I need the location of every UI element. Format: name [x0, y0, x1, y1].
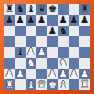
- square-g4[interactable]: [69, 47, 80, 58]
- square-g8[interactable]: [69, 4, 80, 15]
- piece-white-king[interactable]: ♚: [48, 79, 57, 89]
- square-f2[interactable]: ♟: [58, 69, 69, 80]
- square-b6[interactable]: [15, 26, 26, 37]
- square-b4[interactable]: ♝: [15, 47, 26, 58]
- piece-white-knight[interactable]: ♞: [26, 58, 35, 68]
- piece-white-pawn[interactable]: ♟: [37, 47, 46, 57]
- square-d8[interactable]: ♛: [36, 4, 47, 15]
- piece-black-pawn[interactable]: ♟: [59, 15, 68, 25]
- square-c5[interactable]: [26, 36, 37, 47]
- square-b1[interactable]: [15, 79, 26, 90]
- square-h2[interactable]: ♟: [79, 69, 90, 80]
- square-g5[interactable]: [69, 36, 80, 47]
- square-e2[interactable]: ♟: [47, 69, 58, 80]
- square-d6[interactable]: [36, 26, 47, 37]
- square-c3[interactable]: ♞: [26, 58, 37, 69]
- square-c1[interactable]: ♝: [26, 79, 37, 90]
- piece-white-bishop[interactable]: ♝: [59, 79, 68, 89]
- piece-black-bishop[interactable]: ♝: [26, 4, 35, 14]
- square-g3[interactable]: [69, 58, 80, 69]
- square-h6[interactable]: [79, 26, 90, 37]
- square-b2[interactable]: ♟: [15, 69, 26, 80]
- square-e7[interactable]: [47, 15, 58, 26]
- square-f6[interactable]: ♞: [58, 26, 69, 37]
- piece-black-bishop[interactable]: ♝: [16, 47, 25, 57]
- square-a3[interactable]: [4, 58, 15, 69]
- square-f8[interactable]: [58, 4, 69, 15]
- square-h5[interactable]: [79, 36, 90, 47]
- square-c6[interactable]: [26, 26, 37, 37]
- square-f1[interactable]: ♝: [58, 79, 69, 90]
- piece-white-pawn[interactable]: ♟: [69, 69, 78, 79]
- piece-black-rook[interactable]: ♜: [80, 4, 89, 14]
- square-h1[interactable]: ♜: [79, 79, 90, 90]
- square-f7[interactable]: ♟: [58, 15, 69, 26]
- square-h3[interactable]: [79, 58, 90, 69]
- square-e4[interactable]: [47, 47, 58, 58]
- square-a5[interactable]: [4, 36, 15, 47]
- square-f5[interactable]: [58, 36, 69, 47]
- square-c4[interactable]: ♟: [26, 47, 37, 58]
- square-e1[interactable]: ♚: [47, 79, 58, 90]
- square-c7[interactable]: ♟: [26, 15, 37, 26]
- square-g1[interactable]: [69, 79, 80, 90]
- piece-black-pawn[interactable]: ♟: [16, 15, 25, 25]
- piece-white-pawn[interactable]: ♟: [5, 69, 14, 79]
- square-a1[interactable]: ♜: [4, 79, 15, 90]
- square-e5[interactable]: [47, 36, 58, 47]
- square-f3[interactable]: ♞: [58, 58, 69, 69]
- piece-white-pawn[interactable]: ♟: [59, 69, 68, 79]
- chess-board[interactable]: ♜♞♝♛♚♜♟♟♟♟♟♟♟♟♞♝♟♟♞♞♟♟♟♟♟♟♜♝♛♚♝♜: [4, 4, 90, 90]
- piece-black-pawn[interactable]: ♟: [37, 15, 46, 25]
- square-e8[interactable]: ♚: [47, 4, 58, 15]
- square-f4[interactable]: [58, 47, 69, 58]
- piece-black-pawn[interactable]: ♟: [5, 15, 14, 25]
- square-d5[interactable]: [36, 36, 47, 47]
- piece-black-knight[interactable]: ♞: [59, 26, 68, 36]
- square-a4[interactable]: [4, 47, 15, 58]
- piece-white-pawn[interactable]: ♟: [26, 47, 35, 57]
- square-e3[interactable]: [47, 58, 58, 69]
- square-a8[interactable]: ♜: [4, 4, 15, 15]
- square-b3[interactable]: [15, 58, 26, 69]
- piece-black-queen[interactable]: ♛: [37, 4, 46, 14]
- square-b7[interactable]: ♟: [15, 15, 26, 26]
- square-d1[interactable]: ♛: [36, 79, 47, 90]
- piece-black-pawn[interactable]: ♟: [80, 15, 89, 25]
- piece-white-knight[interactable]: ♞: [59, 58, 68, 68]
- square-h8[interactable]: ♜: [79, 4, 90, 15]
- piece-black-rook[interactable]: ♜: [5, 4, 14, 14]
- square-e6[interactable]: ♟: [47, 26, 58, 37]
- board-frame: ♜♞♝♛♚♜♟♟♟♟♟♟♟♟♞♝♟♟♞♞♟♟♟♟♟♟♜♝♛♚♝♜: [0, 0, 94, 94]
- square-d3[interactable]: [36, 58, 47, 69]
- piece-white-pawn[interactable]: ♟: [80, 69, 89, 79]
- piece-black-pawn[interactable]: ♟: [48, 26, 57, 36]
- square-d7[interactable]: ♟: [36, 15, 47, 26]
- square-c8[interactable]: ♝: [26, 4, 37, 15]
- piece-white-rook[interactable]: ♜: [80, 79, 89, 89]
- square-g6[interactable]: [69, 26, 80, 37]
- square-g2[interactable]: ♟: [69, 69, 80, 80]
- square-a2[interactable]: ♟: [4, 69, 15, 80]
- piece-white-bishop[interactable]: ♝: [26, 79, 35, 89]
- square-d4[interactable]: ♟: [36, 47, 47, 58]
- piece-white-rook[interactable]: ♜: [5, 79, 14, 89]
- piece-white-queen[interactable]: ♛: [37, 79, 46, 89]
- piece-black-pawn[interactable]: ♟: [69, 15, 78, 25]
- square-c2[interactable]: [26, 69, 37, 80]
- square-a7[interactable]: ♟: [4, 15, 15, 26]
- square-a6[interactable]: [4, 26, 15, 37]
- square-b5[interactable]: [15, 36, 26, 47]
- piece-black-pawn[interactable]: ♟: [26, 15, 35, 25]
- square-g7[interactable]: ♟: [69, 15, 80, 26]
- piece-white-pawn[interactable]: ♟: [48, 69, 57, 79]
- piece-black-king[interactable]: ♚: [48, 4, 57, 14]
- piece-black-knight[interactable]: ♞: [16, 4, 25, 14]
- square-d2[interactable]: [36, 69, 47, 80]
- square-b8[interactable]: ♞: [15, 4, 26, 15]
- square-h4[interactable]: [79, 47, 90, 58]
- piece-white-pawn[interactable]: ♟: [16, 69, 25, 79]
- square-h7[interactable]: ♟: [79, 15, 90, 26]
